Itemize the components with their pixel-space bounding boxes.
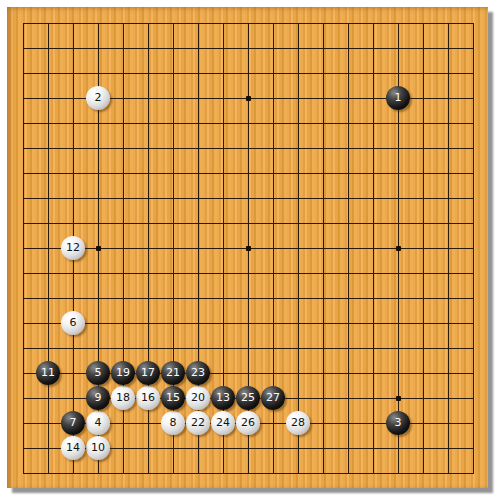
stone-black-3: 3 (386, 411, 410, 435)
grid-line-vertical (298, 23, 299, 474)
stone-white-24: 24 (211, 411, 235, 435)
stone-black-9: 9 (86, 386, 110, 410)
stone-white-16: 16 (136, 386, 160, 410)
grid-line-horizontal (23, 348, 474, 349)
stone-white-2: 2 (86, 86, 110, 110)
stone-black-21: 21 (161, 361, 185, 385)
stone-black-25: 25 (236, 386, 260, 410)
grid-line-vertical (448, 23, 449, 474)
stone-black-15: 15 (161, 386, 185, 410)
grid-line-horizontal (23, 323, 474, 324)
stone-white-4: 4 (86, 411, 110, 435)
grid-line-vertical (373, 23, 374, 474)
stone-white-14: 14 (61, 436, 85, 460)
stone-white-18: 18 (111, 386, 135, 410)
page: 1234567891011121314151617181920212223242… (0, 0, 500, 500)
grid-line-vertical (323, 23, 324, 474)
stone-white-8: 8 (161, 411, 185, 435)
star-point (396, 396, 401, 401)
stone-black-5: 5 (86, 361, 110, 385)
go-board[interactable]: 1234567891011121314151617181920212223242… (7, 7, 488, 488)
stone-black-13: 13 (211, 386, 235, 410)
stone-white-28: 28 (286, 411, 310, 435)
stone-black-17: 17 (136, 361, 160, 385)
stone-black-7: 7 (61, 411, 85, 435)
grid-line-horizontal (23, 473, 474, 474)
star-point (246, 96, 251, 101)
stone-white-10: 10 (86, 436, 110, 460)
stone-black-1: 1 (386, 86, 410, 110)
stone-white-26: 26 (236, 411, 260, 435)
stone-white-20: 20 (186, 386, 210, 410)
star-point (96, 246, 101, 251)
grid-line-horizontal (23, 298, 474, 299)
star-point (246, 246, 251, 251)
stone-white-12: 12 (61, 236, 85, 260)
grid-line-vertical (348, 23, 349, 474)
stone-black-19: 19 (111, 361, 135, 385)
grid-line-vertical (423, 23, 424, 474)
grid-line-horizontal (23, 273, 474, 274)
stone-black-27: 27 (261, 386, 285, 410)
stone-black-23: 23 (186, 361, 210, 385)
star-point (396, 246, 401, 251)
grid-line-vertical (473, 23, 474, 474)
stone-white-22: 22 (186, 411, 210, 435)
stone-white-6: 6 (61, 311, 85, 335)
stone-black-11: 11 (36, 361, 60, 385)
